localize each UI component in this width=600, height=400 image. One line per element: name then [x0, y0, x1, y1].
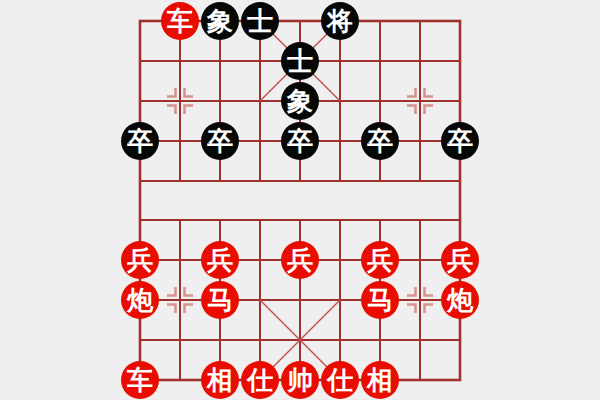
- piece-red-soldier[interactable]: 兵: [441, 241, 479, 279]
- piece-red-horse[interactable]: 马: [361, 281, 399, 319]
- piece-red-advisor[interactable]: 仕: [241, 361, 279, 399]
- piece-red-advisor[interactable]: 仕: [321, 361, 359, 399]
- piece-black-general[interactable]: 将: [321, 2, 359, 40]
- piece-grid: 车象士将士象卒卒卒卒卒兵兵兵兵兵炮马马炮车相仕帅仕相: [120, 1, 480, 400]
- piece-red-cannon[interactable]: 炮: [121, 281, 159, 319]
- piece-red-elephant[interactable]: 相: [201, 361, 239, 399]
- xiangqi-board-page: 车象士将士象卒卒卒卒卒兵兵兵兵兵炮马马炮车相仕帅仕相: [0, 0, 600, 400]
- piece-red-cannon[interactable]: 炮: [441, 281, 479, 319]
- piece-black-advisor[interactable]: 士: [241, 2, 279, 40]
- piece-black-soldier[interactable]: 卒: [361, 122, 399, 160]
- piece-red-general[interactable]: 帅: [281, 361, 319, 399]
- piece-black-advisor[interactable]: 士: [281, 42, 319, 80]
- piece-black-soldier[interactable]: 卒: [201, 122, 239, 160]
- piece-red-elephant[interactable]: 相: [361, 361, 399, 399]
- piece-red-soldier[interactable]: 兵: [361, 241, 399, 279]
- piece-red-chariot[interactable]: 车: [161, 2, 199, 40]
- piece-red-soldier[interactable]: 兵: [281, 241, 319, 279]
- piece-black-soldier[interactable]: 卒: [441, 122, 479, 160]
- piece-red-soldier[interactable]: 兵: [121, 241, 159, 279]
- piece-red-horse[interactable]: 马: [201, 281, 239, 319]
- piece-red-chariot[interactable]: 车: [121, 361, 159, 399]
- piece-black-elephant[interactable]: 象: [201, 2, 239, 40]
- piece-black-soldier[interactable]: 卒: [281, 122, 319, 160]
- piece-black-soldier[interactable]: 卒: [121, 122, 159, 160]
- piece-red-soldier[interactable]: 兵: [201, 241, 239, 279]
- piece-black-elephant[interactable]: 象: [281, 82, 319, 120]
